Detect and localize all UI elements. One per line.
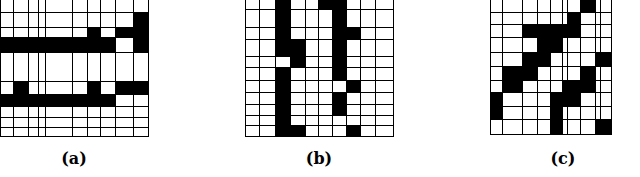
white-cell	[523, 93, 537, 106]
black-cell	[14, 38, 28, 52]
black-cell	[596, 53, 600, 66]
white-cell	[347, 40, 360, 56]
black-cell	[568, 25, 580, 37]
white-cell	[523, 120, 537, 134]
white-cell	[46, 53, 72, 81]
white-cell	[503, 38, 522, 52]
white-cell	[538, 13, 550, 24]
white-cell	[260, 57, 275, 67]
white-cell	[523, 0, 537, 12]
black-cell	[563, 81, 567, 92]
black-cell	[88, 82, 100, 94]
white-cell	[14, 53, 28, 81]
white-cell	[116, 38, 133, 52]
white-cell	[39, 107, 45, 117]
white-cell	[306, 116, 318, 125]
black-cell	[291, 40, 305, 56]
black-cell	[333, 0, 346, 9]
white-cell	[116, 128, 133, 136]
white-cell	[376, 116, 393, 125]
black-cell	[1, 38, 13, 52]
black-cell	[551, 120, 562, 134]
white-cell	[1, 53, 13, 81]
white-cell	[491, 120, 502, 134]
white-cell	[260, 0, 275, 9]
white-cell	[376, 105, 393, 115]
white-cell	[246, 81, 259, 92]
black-cell	[581, 0, 595, 12]
white-cell	[73, 82, 87, 94]
white-cell	[563, 0, 567, 12]
white-cell	[523, 81, 537, 92]
white-cell	[246, 68, 259, 80]
black-cell	[276, 93, 290, 104]
white-cell	[596, 38, 600, 52]
white-cell	[116, 53, 133, 81]
white-cell	[246, 10, 259, 27]
black-cell	[39, 95, 45, 106]
white-cell	[563, 107, 567, 119]
white-cell	[376, 68, 393, 80]
black-cell	[39, 38, 45, 52]
white-cell	[101, 107, 115, 117]
black-cell	[29, 95, 38, 106]
white-cell	[29, 128, 38, 136]
black-cell	[568, 13, 580, 24]
figure-canvas: (a) (b) (c)	[0, 0, 640, 177]
black-cell	[581, 67, 595, 80]
black-cell	[101, 38, 115, 52]
white-cell	[14, 128, 28, 136]
white-cell	[568, 53, 580, 66]
white-cell	[306, 81, 318, 92]
black-cell	[491, 107, 502, 119]
black-cell	[1, 95, 13, 106]
white-cell	[260, 116, 275, 125]
white-cell	[14, 28, 28, 37]
black-cell	[46, 38, 72, 52]
black-cell	[347, 28, 360, 39]
panel-b-caption: (b)	[284, 149, 354, 168]
black-cell	[568, 81, 580, 92]
white-cell	[29, 53, 38, 81]
white-cell	[319, 28, 332, 39]
white-cell	[319, 126, 332, 136]
white-cell	[538, 81, 550, 92]
white-cell	[491, 0, 502, 12]
white-cell	[73, 107, 87, 117]
white-cell	[306, 105, 318, 115]
white-cell	[1, 107, 13, 117]
white-cell	[523, 107, 537, 119]
white-cell	[538, 120, 550, 134]
white-cell	[1, 0, 13, 12]
white-cell	[563, 38, 567, 52]
white-cell	[568, 0, 580, 12]
white-cell	[306, 0, 318, 9]
white-cell	[361, 0, 375, 9]
white-cell	[319, 105, 332, 115]
white-cell	[101, 0, 115, 12]
white-cell	[376, 93, 393, 104]
white-cell	[291, 28, 305, 39]
white-cell	[260, 93, 275, 104]
black-cell	[538, 25, 550, 37]
white-cell	[29, 118, 38, 127]
white-cell	[347, 68, 360, 80]
white-cell	[46, 128, 72, 136]
white-cell	[101, 128, 115, 136]
white-cell	[601, 93, 611, 106]
white-cell	[306, 10, 318, 27]
white-cell	[551, 0, 562, 12]
white-cell	[14, 118, 28, 127]
white-cell	[39, 53, 45, 81]
white-cell	[306, 28, 318, 39]
white-cell	[39, 82, 45, 94]
black-cell	[14, 95, 28, 106]
white-cell	[101, 82, 115, 94]
white-cell	[563, 53, 567, 66]
black-cell	[134, 13, 148, 27]
white-cell	[260, 81, 275, 92]
black-cell	[46, 95, 72, 106]
white-cell	[491, 38, 502, 52]
black-cell	[276, 10, 290, 27]
black-cell	[88, 38, 100, 52]
black-cell	[596, 120, 600, 134]
white-cell	[116, 13, 133, 27]
white-cell	[88, 53, 100, 81]
black-cell	[568, 93, 580, 106]
white-cell	[581, 13, 595, 24]
black-cell	[538, 53, 550, 66]
black-cell	[551, 93, 562, 106]
white-cell	[319, 57, 332, 67]
white-cell	[361, 28, 375, 39]
black-cell	[73, 95, 87, 106]
black-cell	[276, 105, 290, 115]
black-cell	[333, 10, 346, 27]
white-cell	[361, 40, 375, 56]
black-cell	[491, 93, 502, 106]
white-cell	[503, 93, 522, 106]
white-cell	[46, 28, 72, 37]
white-cell	[306, 93, 318, 104]
white-cell	[538, 93, 550, 106]
white-cell	[88, 107, 100, 117]
white-cell	[538, 107, 550, 119]
white-cell	[596, 93, 600, 106]
white-cell	[581, 107, 595, 119]
black-cell	[14, 82, 28, 94]
black-cell	[601, 53, 611, 66]
white-cell	[88, 118, 100, 127]
white-cell	[319, 116, 332, 125]
white-cell	[1, 13, 13, 27]
black-cell	[276, 40, 290, 56]
white-cell	[601, 107, 611, 119]
white-cell	[601, 81, 611, 92]
white-cell	[73, 28, 87, 37]
white-cell	[361, 93, 375, 104]
black-cell	[347, 81, 360, 92]
white-cell	[347, 105, 360, 115]
black-cell	[333, 93, 346, 104]
white-cell	[291, 116, 305, 125]
white-cell	[39, 0, 45, 12]
white-cell	[319, 40, 332, 56]
white-cell	[291, 68, 305, 80]
white-cell	[246, 93, 259, 104]
white-cell	[596, 13, 600, 24]
white-cell	[246, 40, 259, 56]
white-cell	[73, 13, 87, 27]
white-cell	[260, 10, 275, 27]
white-cell	[319, 10, 332, 27]
black-cell	[523, 25, 537, 37]
white-cell	[101, 53, 115, 81]
white-cell	[260, 105, 275, 115]
white-cell	[601, 25, 611, 37]
white-cell	[101, 28, 115, 37]
white-cell	[491, 81, 502, 92]
black-cell	[333, 28, 346, 39]
white-cell	[347, 10, 360, 27]
white-cell	[361, 116, 375, 125]
white-cell	[347, 0, 360, 9]
panel-c-caption: (c)	[528, 149, 598, 168]
white-cell	[39, 13, 45, 27]
white-cell	[260, 28, 275, 39]
white-cell	[306, 68, 318, 80]
white-cell	[568, 38, 580, 52]
white-cell	[596, 0, 600, 12]
black-cell	[276, 0, 290, 9]
white-cell	[260, 40, 275, 56]
white-cell	[246, 126, 259, 136]
white-cell	[581, 38, 595, 52]
white-cell	[581, 120, 595, 134]
white-cell	[361, 126, 375, 136]
white-cell	[134, 0, 148, 12]
white-cell	[347, 116, 360, 125]
white-cell	[376, 57, 393, 67]
white-cell	[134, 128, 148, 136]
white-cell	[116, 95, 133, 106]
white-cell	[14, 107, 28, 117]
white-cell	[306, 126, 318, 136]
white-cell	[246, 57, 259, 67]
white-cell	[596, 81, 600, 92]
white-cell	[491, 53, 502, 66]
white-cell	[376, 10, 393, 27]
black-cell	[88, 28, 100, 37]
white-cell	[503, 0, 522, 12]
white-cell	[376, 126, 393, 136]
white-cell	[503, 120, 522, 134]
black-cell	[276, 81, 290, 92]
black-cell	[523, 53, 537, 66]
white-cell	[260, 126, 275, 136]
white-cell	[596, 107, 600, 119]
white-cell	[101, 118, 115, 127]
white-cell	[523, 38, 537, 52]
white-cell	[14, 0, 28, 12]
white-cell	[14, 13, 28, 27]
white-cell	[246, 28, 259, 39]
black-cell	[523, 67, 537, 80]
black-cell	[551, 107, 562, 119]
white-cell	[347, 93, 360, 104]
panel-b-grid	[245, 0, 394, 137]
black-cell	[503, 81, 522, 92]
black-cell	[29, 38, 38, 52]
white-cell	[376, 0, 393, 9]
white-cell	[601, 67, 611, 80]
white-cell	[333, 126, 346, 136]
white-cell	[563, 67, 567, 80]
black-cell	[276, 126, 290, 136]
white-cell	[568, 107, 580, 119]
white-cell	[46, 82, 72, 94]
white-cell	[503, 25, 522, 37]
white-cell	[29, 107, 38, 117]
white-cell	[491, 25, 502, 37]
white-cell	[29, 82, 38, 94]
white-cell	[333, 81, 346, 92]
white-cell	[291, 105, 305, 115]
white-cell	[29, 0, 38, 12]
white-cell	[503, 13, 522, 24]
white-cell	[361, 68, 375, 80]
white-cell	[73, 53, 87, 81]
white-cell	[568, 67, 580, 80]
white-cell	[291, 0, 305, 9]
white-cell	[88, 128, 100, 136]
white-cell	[246, 105, 259, 115]
white-cell	[319, 81, 332, 92]
black-cell	[291, 57, 305, 67]
black-cell	[276, 28, 290, 39]
white-cell	[319, 68, 332, 80]
white-cell	[551, 13, 562, 24]
white-cell	[538, 0, 550, 12]
black-cell	[116, 28, 133, 37]
white-cell	[503, 53, 522, 66]
black-cell	[347, 126, 360, 136]
white-cell	[333, 116, 346, 125]
white-cell	[551, 81, 562, 92]
white-cell	[116, 118, 133, 127]
white-cell	[1, 128, 13, 136]
white-cell	[291, 81, 305, 92]
white-cell	[551, 67, 562, 80]
white-cell	[361, 105, 375, 115]
white-cell	[306, 57, 318, 67]
white-cell	[563, 13, 567, 24]
black-cell	[551, 38, 562, 52]
white-cell	[596, 25, 600, 37]
white-cell	[260, 68, 275, 80]
white-cell	[306, 40, 318, 56]
white-cell	[39, 118, 45, 127]
white-cell	[73, 118, 87, 127]
black-cell	[73, 38, 87, 52]
white-cell	[46, 107, 72, 117]
white-cell	[523, 13, 537, 24]
white-cell	[73, 128, 87, 136]
panel-a-grid	[0, 0, 149, 137]
panel-a-caption: (a)	[39, 149, 109, 168]
black-cell	[134, 38, 148, 52]
white-cell	[568, 120, 580, 134]
white-cell	[116, 0, 133, 12]
white-cell	[246, 116, 259, 125]
black-cell	[551, 25, 562, 37]
white-cell	[361, 81, 375, 92]
black-cell	[563, 93, 567, 106]
white-cell	[134, 53, 148, 81]
white-cell	[46, 13, 72, 27]
white-cell	[46, 118, 72, 127]
white-cell	[491, 67, 502, 80]
white-cell	[88, 13, 100, 27]
panel-c-grid	[490, 0, 612, 135]
black-cell	[134, 28, 148, 37]
black-cell	[333, 40, 346, 56]
white-cell	[491, 13, 502, 24]
white-cell	[291, 93, 305, 104]
black-cell	[563, 25, 567, 37]
white-cell	[319, 93, 332, 104]
white-cell	[73, 0, 87, 12]
white-cell	[376, 28, 393, 39]
white-cell	[88, 0, 100, 12]
white-cell	[29, 28, 38, 37]
white-cell	[551, 53, 562, 66]
white-cell	[101, 13, 115, 27]
white-cell	[581, 93, 595, 106]
white-cell	[503, 107, 522, 119]
white-cell	[563, 120, 567, 134]
white-cell	[596, 67, 600, 80]
white-cell	[39, 28, 45, 37]
black-cell	[101, 95, 115, 106]
white-cell	[361, 10, 375, 27]
white-cell	[134, 118, 148, 127]
white-cell	[347, 57, 360, 67]
black-cell	[601, 120, 611, 134]
white-cell	[361, 57, 375, 67]
black-cell	[333, 57, 346, 67]
white-cell	[601, 38, 611, 52]
white-cell	[538, 67, 550, 80]
white-cell	[1, 28, 13, 37]
white-cell	[46, 0, 72, 12]
black-cell	[581, 81, 595, 92]
white-cell	[246, 0, 259, 9]
white-cell	[291, 10, 305, 27]
white-cell	[376, 81, 393, 92]
black-cell	[538, 38, 550, 52]
black-cell	[276, 116, 290, 125]
black-cell	[333, 68, 346, 80]
white-cell	[276, 57, 290, 67]
white-cell	[1, 118, 13, 127]
white-cell	[134, 107, 148, 117]
white-cell	[1, 82, 13, 94]
